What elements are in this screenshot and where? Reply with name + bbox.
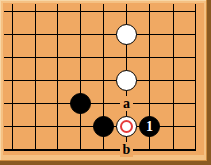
- point-label-a: a: [120, 96, 133, 111]
- board-bottom-edge-line: [4, 149, 196, 151]
- black-stone-move-1: 1: [139, 116, 160, 137]
- black-stone: [93, 116, 114, 137]
- grid-line-vertical-9: [195, 4, 196, 151]
- marked-white-stone: [116, 116, 137, 137]
- grid-line-horizontal-4: [4, 80, 196, 81]
- grid-line-vertical-1: [12, 4, 13, 151]
- black-stone: [70, 93, 91, 114]
- grid-line-vertical-3: [57, 4, 58, 151]
- move-number: 1: [146, 120, 153, 134]
- grid-line-horizontal-1: [4, 11, 196, 12]
- grid-line-vertical-8: [173, 4, 174, 151]
- grid-line-vertical-2: [35, 4, 36, 151]
- point-label-b: b: [120, 142, 133, 157]
- circle-marker-icon: [120, 120, 133, 133]
- white-stone: [116, 70, 137, 91]
- grid-line-vertical-4: [80, 4, 81, 151]
- go-diagram: ab1: [0, 0, 211, 165]
- white-stone: [116, 24, 137, 45]
- grid-line-horizontal-3: [4, 57, 196, 58]
- grid-line-horizontal-5: [4, 103, 196, 104]
- grid-line-horizontal-2: [4, 34, 196, 35]
